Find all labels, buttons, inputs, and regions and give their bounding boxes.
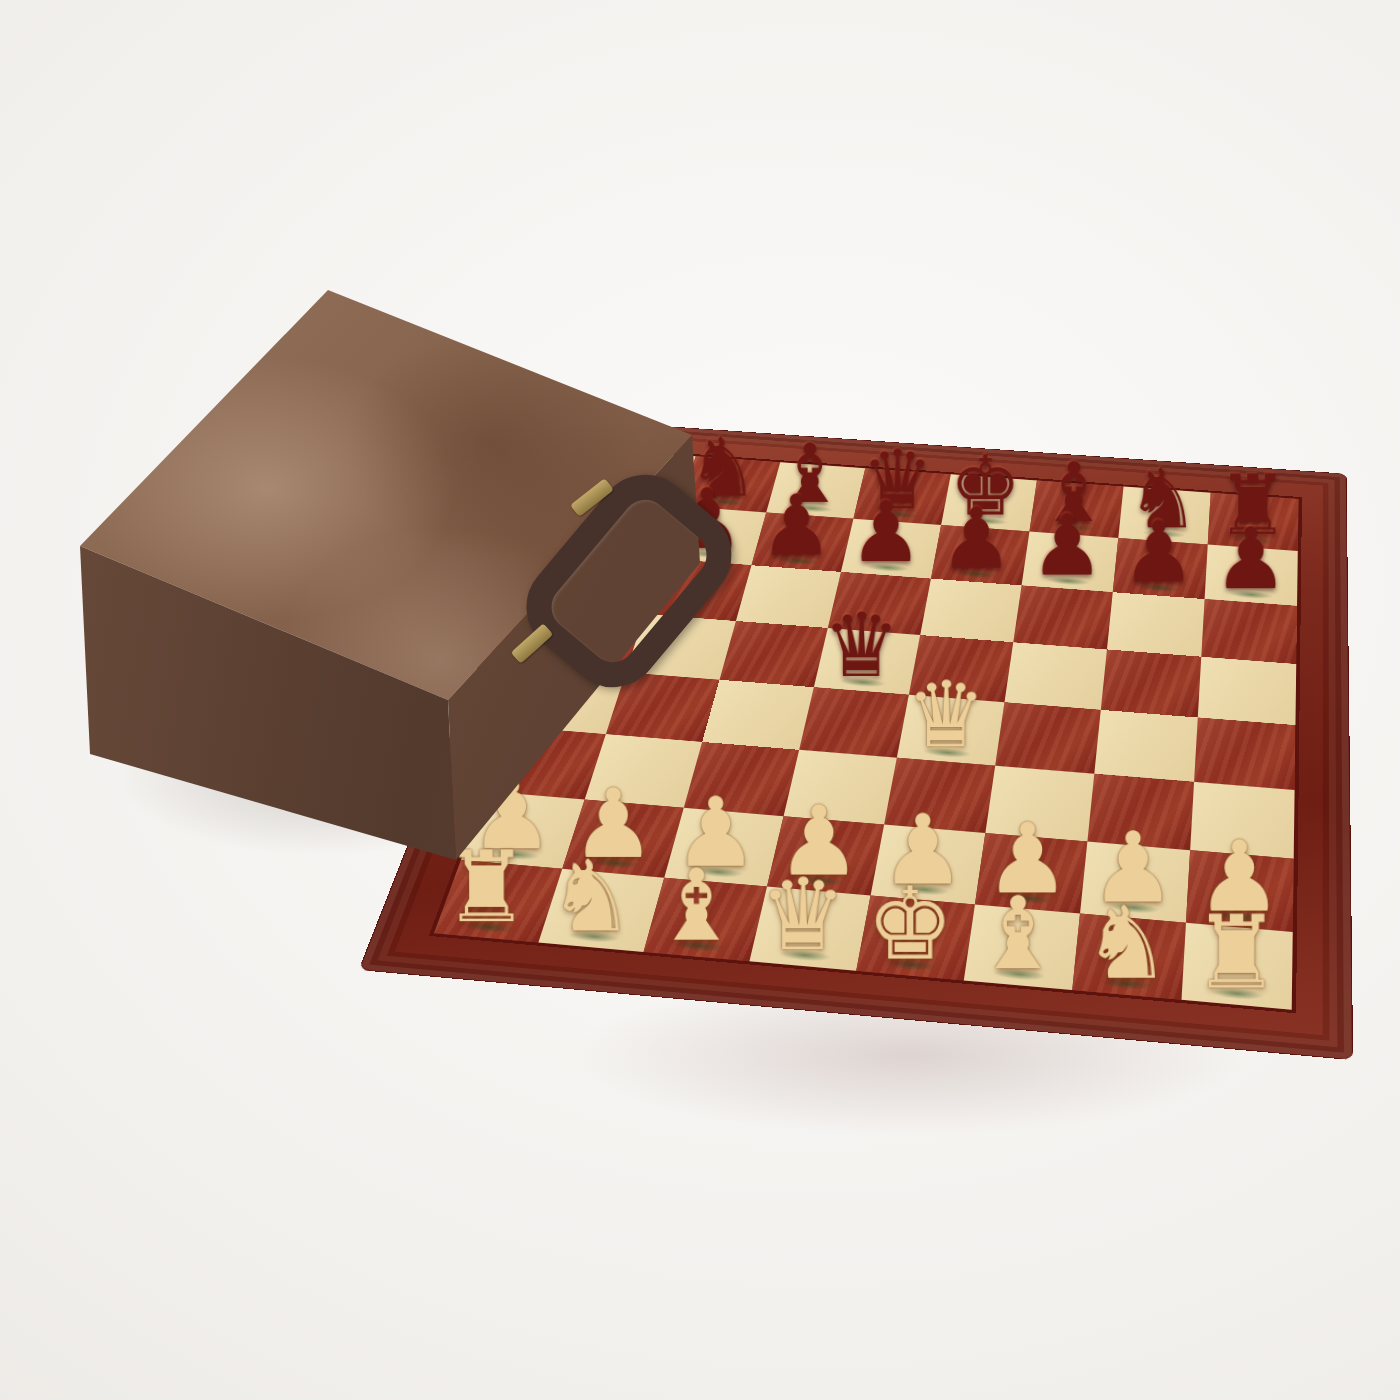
white-queen-e4: ♛ bbox=[906, 669, 986, 760]
square-h6 bbox=[1201, 599, 1297, 664]
square-f7: ♟ bbox=[1022, 532, 1119, 593]
square-g4 bbox=[1094, 710, 1197, 782]
square-h4 bbox=[1194, 717, 1295, 790]
white-rook-h1: ♜ bbox=[1192, 902, 1281, 1003]
red-pawn-d7: ♟ bbox=[849, 490, 922, 574]
square-d1: ♛ bbox=[749, 887, 870, 971]
square-h5 bbox=[1198, 657, 1296, 726]
square-g1: ♞ bbox=[1072, 914, 1186, 1000]
square-e4: ♛ bbox=[897, 695, 1005, 766]
white-king-e1: ♚ bbox=[866, 874, 953, 974]
square-h1: ♜ bbox=[1182, 923, 1293, 1010]
square-c7: ♟ bbox=[751, 512, 853, 572]
white-bishop-f1: ♝ bbox=[974, 884, 1062, 984]
red-queen-d5: ♛ bbox=[823, 601, 900, 689]
storage-case bbox=[58, 268, 758, 898]
white-knight-g1: ♞ bbox=[1083, 893, 1171, 994]
red-pawn-c7: ♟ bbox=[760, 484, 833, 568]
red-pawn-h7: ♟ bbox=[1214, 517, 1288, 602]
scene: ♜♞♝♛♚♝♞♜♟♟♟♟♟♟♟♟♛♛♟♟♟♟♟♟♟♟♜♞♝♛♚♝♞♜ bbox=[0, 0, 1400, 1400]
red-pawn-f7: ♟ bbox=[1030, 503, 1104, 587]
square-g5 bbox=[1101, 649, 1201, 717]
square-d4 bbox=[799, 687, 909, 758]
square-d7: ♟ bbox=[841, 519, 941, 579]
square-f5 bbox=[1004, 642, 1106, 710]
square-f4 bbox=[995, 702, 1101, 774]
square-f1: ♝ bbox=[964, 904, 1080, 990]
square-d5: ♛ bbox=[814, 628, 920, 695]
red-pawn-g7: ♟ bbox=[1122, 510, 1196, 595]
red-pawn-e7: ♟ bbox=[940, 497, 1014, 581]
square-g6 bbox=[1107, 592, 1205, 656]
white-queen-d1: ♛ bbox=[759, 865, 846, 964]
square-f6 bbox=[1013, 585, 1113, 649]
square-g7: ♟ bbox=[1113, 538, 1208, 599]
square-e6 bbox=[920, 579, 1021, 643]
square-h7: ♟ bbox=[1205, 545, 1298, 606]
square-e1: ♚ bbox=[856, 895, 975, 980]
square-e7: ♟ bbox=[931, 525, 1029, 585]
